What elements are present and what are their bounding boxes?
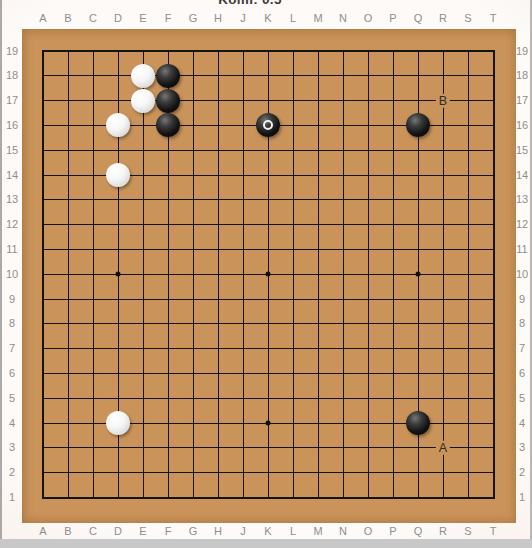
column-label-bottom: C: [83, 525, 103, 538]
black-stone: [406, 411, 430, 435]
row-label-left: 7: [4, 342, 20, 355]
column-label-bottom: O: [358, 525, 378, 538]
last-move-marker: [263, 120, 273, 130]
column-label-top: E: [133, 12, 153, 25]
row-label-left: 11: [4, 243, 20, 256]
row-label-left: 5: [4, 392, 20, 405]
row-label-right: 11: [514, 243, 530, 256]
column-label-bottom: F: [158, 525, 178, 538]
row-label-left: 14: [4, 169, 20, 182]
row-label-right: 7: [514, 342, 530, 355]
column-label-top: F: [158, 12, 178, 25]
column-label-top: K: [258, 12, 278, 25]
black-stone: [406, 113, 430, 137]
row-label-right: 2: [514, 466, 530, 479]
column-label-top: P: [383, 12, 403, 25]
column-label-bottom: E: [133, 525, 153, 538]
row-label-right: 17: [514, 94, 530, 107]
column-label-bottom: B: [58, 525, 78, 538]
column-label-bottom: P: [383, 525, 403, 538]
komi-label: Komi: 0.5: [0, 0, 500, 7]
white-stone: [106, 113, 130, 137]
row-label-right: 13: [514, 193, 530, 206]
column-label-top: J: [233, 12, 253, 25]
white-stone: [106, 411, 130, 435]
go-game-window: Komi: 0.5 BA AABBCCDDEEFFGGHHJJKKLLMMNNO…: [0, 0, 532, 548]
column-label-top: Q: [408, 12, 428, 25]
window-edge-left: [0, 0, 2, 548]
column-label-top: N: [333, 12, 353, 25]
column-label-bottom: T: [483, 525, 503, 538]
column-label-bottom: S: [458, 525, 478, 538]
column-label-top: O: [358, 12, 378, 25]
row-label-right: 18: [514, 69, 530, 82]
column-label-bottom: R: [433, 525, 453, 538]
row-label-left: 4: [4, 417, 20, 430]
column-label-bottom: H: [208, 525, 228, 538]
column-label-top: A: [33, 12, 53, 25]
move-annotation-B[interactable]: B: [436, 93, 450, 108]
column-label-bottom: K: [258, 525, 278, 538]
column-label-top: M: [308, 12, 328, 25]
row-label-left: 10: [4, 268, 20, 281]
row-label-left: 15: [4, 144, 20, 157]
column-label-bottom: J: [233, 525, 253, 538]
white-stone: [131, 64, 155, 88]
star-point: [116, 272, 121, 277]
row-label-left: 3: [4, 441, 20, 454]
column-label-bottom: M: [308, 525, 328, 538]
row-label-left: 8: [4, 317, 20, 330]
column-label-top: R: [433, 12, 453, 25]
row-label-left: 13: [4, 193, 20, 206]
goban[interactable]: BA: [22, 29, 516, 523]
row-label-right: 4: [514, 417, 530, 430]
row-label-right: 5: [514, 392, 530, 405]
row-label-left: 9: [4, 293, 20, 306]
row-label-left: 6: [4, 367, 20, 380]
column-label-top: S: [458, 12, 478, 25]
row-label-left: 18: [4, 69, 20, 82]
column-label-top: T: [483, 12, 503, 25]
star-point: [266, 421, 271, 426]
star-point: [266, 272, 271, 277]
row-label-left: 19: [4, 45, 20, 58]
row-label-right: 9: [514, 293, 530, 306]
row-label-left: 16: [4, 119, 20, 132]
row-label-right: 19: [514, 45, 530, 58]
column-label-top: H: [208, 12, 228, 25]
row-label-right: 12: [514, 218, 530, 231]
row-label-right: 8: [514, 317, 530, 330]
row-label-left: 17: [4, 94, 20, 107]
column-label-bottom: N: [333, 525, 353, 538]
move-annotation-A[interactable]: A: [436, 441, 450, 456]
white-stone: [131, 89, 155, 113]
row-label-right: 10: [514, 268, 530, 281]
column-label-top: D: [108, 12, 128, 25]
black-stone: [156, 89, 180, 113]
column-label-bottom: A: [33, 525, 53, 538]
star-point: [416, 272, 421, 277]
window-edge-bottom: [0, 539, 532, 548]
column-label-top: B: [58, 12, 78, 25]
row-label-right: 15: [514, 144, 530, 157]
row-label-left: 2: [4, 466, 20, 479]
column-label-top: C: [83, 12, 103, 25]
black-stone: [156, 113, 180, 137]
column-label-top: G: [183, 12, 203, 25]
white-stone: [106, 163, 130, 187]
row-label-right: 3: [514, 441, 530, 454]
column-label-bottom: L: [283, 525, 303, 538]
row-label-left: 1: [4, 491, 20, 504]
column-label-top: L: [283, 12, 303, 25]
row-label-right: 6: [514, 367, 530, 380]
column-label-bottom: D: [108, 525, 128, 538]
column-label-bottom: Q: [408, 525, 428, 538]
column-label-bottom: G: [183, 525, 203, 538]
row-label-right: 1: [514, 491, 530, 504]
row-label-left: 12: [4, 218, 20, 231]
black-stone: [156, 64, 180, 88]
row-label-right: 14: [514, 169, 530, 182]
row-label-right: 16: [514, 119, 530, 132]
